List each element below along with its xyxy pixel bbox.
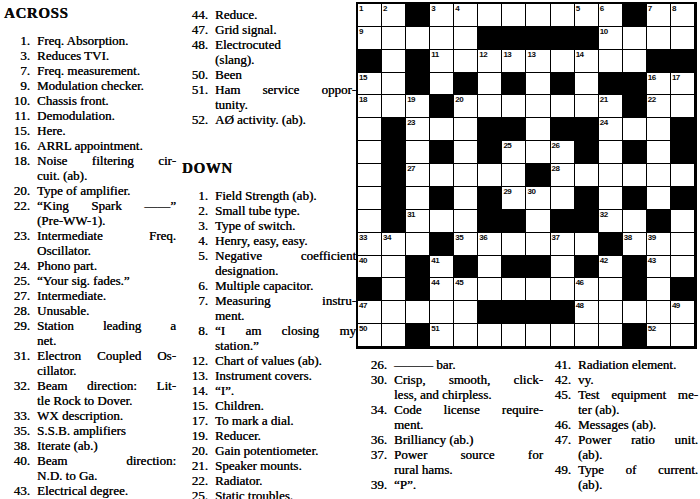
clue-row: 25.“Your sig. fades.”	[4, 273, 176, 288]
grid-cell[interactable]	[382, 50, 406, 73]
grid-cell-number: 48	[576, 301, 584, 310]
grid-black-cell	[382, 210, 406, 233]
grid-cell[interactable]	[526, 233, 550, 256]
grid-cell[interactable]: 18	[358, 95, 382, 118]
clue-text-line: Brilliancy (ab.)	[394, 432, 543, 447]
grid-cell[interactable]: 1	[358, 4, 382, 27]
clue-number: 52.	[182, 112, 208, 127]
grid-cell[interactable]	[358, 210, 382, 233]
grid-cell[interactable]: 12	[478, 50, 502, 73]
grid-cell-number: 4	[455, 4, 459, 13]
grid-cell[interactable]	[526, 141, 550, 164]
grid-cell[interactable]: 47	[358, 301, 382, 324]
grid-cell-number: 25	[503, 141, 511, 150]
grid-cell[interactable]: 26	[551, 141, 575, 164]
grid-cell[interactable]: 20	[454, 95, 478, 118]
clue-text-line: Chassis front.	[37, 93, 176, 108]
grid-black-cell	[623, 95, 647, 118]
clue-number: 27.	[4, 288, 30, 303]
grid-black-cell	[406, 73, 430, 96]
clue-text-line: To mark a dial.	[215, 413, 356, 428]
grid-black-cell	[406, 324, 430, 347]
grid-cell[interactable]	[358, 118, 382, 141]
grid-cell[interactable]: 24	[599, 118, 623, 141]
clue-text: Station leading anet.	[37, 318, 176, 348]
clue-row: 15.Children.	[182, 398, 356, 413]
clue-text-line: less, and chirpless.	[394, 387, 543, 402]
clue-row: 28.Unusable.	[4, 303, 176, 318]
grid-cell[interactable]: 37	[551, 233, 575, 256]
grid-cell[interactable]: 33	[358, 233, 382, 256]
grid-cell[interactable]	[526, 324, 550, 347]
grid-cell[interactable]	[599, 164, 623, 187]
grid-black-cell	[575, 141, 599, 164]
clue-row: 45.Test equipment me-ter (ab).	[547, 387, 698, 417]
grid-cell[interactable]	[430, 301, 454, 324]
grid-cell[interactable]: 40	[358, 256, 382, 279]
grid-cell[interactable]	[478, 95, 502, 118]
grid-cell[interactable]	[406, 233, 430, 256]
clue-number: 37.	[363, 447, 387, 477]
grid-cell[interactable]	[599, 301, 623, 324]
grid-cell-number: 18	[359, 95, 367, 104]
grid-cell[interactable]	[406, 301, 430, 324]
clue-row: 6.Multiple capacitor.	[182, 278, 356, 293]
clue-text: vy.	[578, 372, 698, 387]
grid-cell[interactable]: 13	[526, 50, 550, 73]
clue-text-line: Type of current.	[578, 462, 698, 477]
clue-text: Electrical degree.	[37, 483, 176, 498]
clue-row: 25.Static troubles.	[182, 488, 356, 499]
grid-cell[interactable]: 46	[575, 278, 599, 301]
grid-cell[interactable]: 41	[430, 256, 454, 279]
grid-cell[interactable]	[478, 278, 502, 301]
clue-row: 22.Radiator.	[182, 473, 356, 488]
clue-text-line: Freq. Absorption.	[37, 33, 176, 48]
clue-text: S.S.B. amplifiers	[37, 423, 176, 438]
grid-cell[interactable]	[599, 324, 623, 347]
grid-cell[interactable]	[671, 256, 695, 279]
grid-cell-number: 44	[431, 278, 439, 287]
grid-cell[interactable]	[358, 164, 382, 187]
clue-text: Noise filtering cir-cuit. (ab).	[37, 153, 176, 183]
grid-cell[interactable]	[526, 73, 550, 96]
grid-black-cell	[551, 27, 575, 50]
grid-cell[interactable]	[502, 233, 526, 256]
grid-cell[interactable]: 3	[430, 4, 454, 27]
grid-cell-number: 28	[552, 164, 560, 173]
grid-cell[interactable]	[502, 278, 526, 301]
grid-cell[interactable]	[382, 324, 406, 347]
clue-text: Code license require-ment.	[394, 402, 543, 432]
clue-number: 14.	[182, 383, 208, 398]
grid-cell[interactable]	[671, 164, 695, 187]
grid-cell[interactable]	[430, 118, 454, 141]
clue-row: 42.vy.	[547, 372, 698, 387]
grid-cell[interactable]: 14	[575, 50, 599, 73]
grid-black-cell	[454, 73, 478, 96]
clue-number: 25.	[4, 273, 30, 288]
grid-black-cell	[526, 164, 550, 187]
grid-cell[interactable]: 34	[382, 233, 406, 256]
clue-row: 22.“King Spark ——”(Pre-WW-1).	[4, 198, 176, 228]
middle-clues-column: 44.Reduce.47.Grid signal.48.Electrocuted…	[182, 3, 356, 499]
grid-cell[interactable]: 30	[526, 187, 550, 210]
grid-black-cell	[623, 73, 647, 96]
grid-cell[interactable]: 21	[599, 95, 623, 118]
grid-cell[interactable]	[551, 187, 575, 210]
grid-black-cell	[551, 301, 575, 324]
clue-text-line: Chart of values (ab).	[215, 353, 356, 368]
clue-text: Reduces TVI.	[37, 48, 176, 63]
grid-black-cell	[406, 278, 430, 301]
grid-cell[interactable]	[526, 118, 550, 141]
grid-cell[interactable]	[526, 210, 550, 233]
grid-cell[interactable]	[430, 164, 454, 187]
grid-black-cell	[454, 256, 478, 279]
grid-cell[interactable]	[551, 256, 575, 279]
grid-cell[interactable]: 17	[671, 73, 695, 96]
grid-cell[interactable]	[478, 324, 502, 347]
grid-cell[interactable]	[358, 141, 382, 164]
grid-cell[interactable]	[647, 141, 671, 164]
grid-cell-number: 45	[455, 278, 463, 287]
grid-cell[interactable]: 5	[575, 4, 599, 27]
clue-text: Power ratio unit.(ab).	[578, 432, 698, 462]
grid-cell[interactable]	[671, 324, 695, 347]
grid-cell[interactable]	[478, 4, 502, 27]
clue-text-line: Radiation element.	[578, 357, 698, 372]
grid-cell[interactable]: 15	[358, 73, 382, 96]
clue-text-line: rural hams.	[394, 462, 543, 477]
grid-cell[interactable]: 16	[647, 73, 671, 96]
grid-black-cell	[671, 141, 695, 164]
grid-cell[interactable]	[406, 187, 430, 210]
clue-number: 25.	[182, 488, 208, 499]
grid-cell-number: 14	[576, 50, 584, 59]
grid-cell[interactable]: 38	[623, 233, 647, 256]
clue-text-line: “P”.	[394, 477, 543, 492]
clue-row: 44.Reduce.	[182, 7, 356, 22]
clue-number: 46.	[547, 417, 571, 432]
clue-number: 13.	[182, 368, 208, 383]
grid-cell[interactable]	[382, 73, 406, 96]
grid-cell[interactable]	[623, 164, 647, 187]
grid-cell[interactable]	[575, 73, 599, 96]
clue-text-line: Electron Coupled Os-	[37, 348, 176, 363]
grid-cell[interactable]: 52	[647, 324, 671, 347]
grid-cell[interactable]: 31	[406, 210, 430, 233]
clue-row: 24.Phono part.	[4, 258, 176, 273]
clue-text-line: vy.	[578, 372, 698, 387]
grid-cell[interactable]	[575, 324, 599, 347]
grid-cell[interactable]	[454, 301, 478, 324]
clue-text: Gain potentiometer.	[215, 443, 356, 458]
grid-black-cell	[478, 141, 502, 164]
grid-cell[interactable]	[599, 141, 623, 164]
clue-row: 23.Intermediate Freq.Oscillator.	[4, 228, 176, 258]
grid-cell[interactable]: 7	[647, 4, 671, 27]
clue-text-line: Modulation checker.	[37, 78, 176, 93]
grid-cell[interactable]	[478, 73, 502, 96]
grid-cell-number: 15	[359, 73, 367, 82]
clue-text-line: cillator.	[37, 363, 176, 378]
grid-black-cell	[478, 301, 502, 324]
clue-row: 3.Reduces TVI.	[4, 48, 176, 63]
grid-cell[interactable]	[647, 118, 671, 141]
grid-cell[interactable]	[502, 4, 526, 27]
grid-cell[interactable]	[406, 27, 430, 50]
crossword-grid: 1234567891011121313141516171819202122232…	[356, 2, 697, 349]
grid-cell[interactable]: 42	[599, 256, 623, 279]
grid-cell[interactable]: 2	[382, 4, 406, 27]
clue-row: 27.Intermediate.	[4, 288, 176, 303]
grid-cell[interactable]: 48	[575, 301, 599, 324]
grid-cell[interactable]	[526, 278, 550, 301]
clue-text: Type of switch.	[215, 218, 356, 233]
clue-text: Modulation checker.	[37, 78, 176, 93]
grid-cell[interactable]	[599, 278, 623, 301]
clue-number: 21.	[182, 458, 208, 473]
clue-number: 33.	[4, 408, 30, 423]
grid-cell[interactable]: 13	[502, 50, 526, 73]
grid-cell[interactable]: 10	[599, 27, 623, 50]
grid-cell[interactable]	[575, 164, 599, 187]
clue-row: 21.Speaker mounts.	[182, 458, 356, 473]
grid-cell[interactable]	[478, 164, 502, 187]
grid-black-cell	[430, 187, 454, 210]
clue-text-line: ment.	[215, 308, 356, 323]
clue-number: 12.	[182, 353, 208, 368]
grid-cell[interactable]: 51	[430, 324, 454, 347]
clue-row: 32.Beam direction: Lit-tle Rock to Dover…	[4, 378, 176, 408]
clue-number: 18.	[4, 153, 30, 183]
clue-text-line: Code license require-	[394, 402, 543, 417]
grid-cell[interactable]	[454, 210, 478, 233]
clue-text-line: Beam direction: Lit-	[37, 378, 176, 393]
clue-text-line: Power source for	[394, 447, 543, 462]
clue-text: Unusable.	[37, 303, 176, 318]
grid-cell[interactable]: 50	[358, 324, 382, 347]
clue-text-line: Power ratio unit.	[578, 432, 698, 447]
grid-black-cell	[406, 50, 430, 73]
grid-cell[interactable]: 9	[358, 27, 382, 50]
grid-cell[interactable]: 35	[454, 233, 478, 256]
grid-cell-number: 36	[479, 233, 487, 242]
clue-row: 31.Electron Coupled Os-cillator.	[4, 348, 176, 378]
clue-text: Measuring instru-ment.	[215, 293, 356, 323]
clue-text-line: (Pre-WW-1).	[37, 213, 176, 228]
grid-cell-number: 29	[503, 187, 511, 196]
grid-cell-number: 9	[359, 27, 363, 36]
clue-text: Intermediate Freq.Oscillator.	[37, 228, 176, 258]
clue-text: Children.	[215, 398, 356, 413]
grid-cell-number: 38	[624, 233, 632, 242]
clue-text: Demodulation.	[37, 108, 176, 123]
clue-row: 7.Measuring instru-ment.	[182, 293, 356, 323]
grid-cell[interactable]: 36	[478, 233, 502, 256]
grid-cell[interactable]	[551, 50, 575, 73]
grid-cell[interactable]	[623, 27, 647, 50]
grid-cell[interactable]	[623, 118, 647, 141]
grid-cell[interactable]	[599, 187, 623, 210]
clue-text: Beam direction:N.D. to Ga.	[37, 453, 176, 483]
grid-cell[interactable]	[671, 233, 695, 256]
grid-cell[interactable]: 25	[502, 141, 526, 164]
grid-cell[interactable]	[430, 73, 454, 96]
clue-text-line: AØ activity. (ab).	[215, 112, 356, 127]
clue-text: Phono part.	[37, 258, 176, 273]
grid-cell[interactable]: 19	[406, 95, 430, 118]
grid-cell[interactable]	[454, 187, 478, 210]
grid-cell-number: 26	[552, 141, 560, 150]
grid-cell[interactable]: 44	[430, 278, 454, 301]
grid-cell[interactable]	[478, 256, 502, 279]
grid-cell[interactable]	[430, 27, 454, 50]
clue-text: “P”.	[394, 477, 543, 492]
clue-text-line: Iterate (ab.)	[37, 438, 176, 453]
grid-black-cell	[382, 118, 406, 141]
grid-cell[interactable]	[647, 164, 671, 187]
grid-cell-number: 16	[648, 73, 656, 82]
grid-black-cell	[623, 278, 647, 301]
grid-cell[interactable]: 23	[406, 118, 430, 141]
grid-cell[interactable]: 43	[647, 256, 671, 279]
clue-text: Multiple capacitor.	[215, 278, 356, 293]
down-clues-bottom-left: 26.——— bar.30.Crisp, smooth, click-less,…	[363, 357, 543, 492]
clue-number: 23.	[4, 228, 30, 258]
grid-cell-number: 24	[600, 118, 608, 127]
grid-cell[interactable]: 32	[599, 210, 623, 233]
grid-cell[interactable]	[382, 95, 406, 118]
grid-black-cell	[551, 73, 575, 96]
down-clue-list: 1.Field Strength (ab).2.Small tube type.…	[182, 188, 356, 499]
grid-cell[interactable]	[599, 50, 623, 73]
grid-cell[interactable]	[551, 278, 575, 301]
grid-cell[interactable]: 6	[599, 4, 623, 27]
grid-cell-number: 21	[600, 95, 608, 104]
grid-cell[interactable]	[454, 324, 478, 347]
grid-cell[interactable]	[671, 27, 695, 50]
grid-cell[interactable]	[382, 256, 406, 279]
clue-number: 48.	[182, 37, 208, 67]
grid-cell[interactable]	[647, 27, 671, 50]
grid-cell[interactable]: 4	[454, 4, 478, 27]
clue-text-line: Grid signal.	[215, 22, 356, 37]
grid-cell[interactable]: 11	[430, 50, 454, 73]
grid-cell[interactable]	[526, 4, 550, 27]
grid-cell[interactable]	[551, 4, 575, 27]
grid-cell-number: 1	[359, 4, 363, 13]
grid-black-cell	[502, 256, 526, 279]
clue-row: 30.Crisp, smooth, click-less, and chirpl…	[363, 372, 543, 402]
grid-cell[interactable]: 49	[671, 301, 695, 324]
grid-cell[interactable]	[382, 27, 406, 50]
grid-cell[interactable]	[575, 95, 599, 118]
grid-black-cell	[526, 301, 550, 324]
grid-cell[interactable]	[671, 95, 695, 118]
grid-cell[interactable]	[454, 118, 478, 141]
clue-text-line: Field Strength (ab).	[215, 188, 356, 203]
grid-cell[interactable]: 27	[406, 164, 430, 187]
grid-cell-number: 22	[648, 95, 656, 104]
grid-cell[interactable]: 8	[671, 4, 695, 27]
grid-black-cell	[430, 95, 454, 118]
grid-cell[interactable]	[382, 278, 406, 301]
grid-cell[interactable]	[647, 301, 671, 324]
grid-cell[interactable]	[502, 324, 526, 347]
grid-cell[interactable]	[454, 27, 478, 50]
grid-cell-number: 50	[359, 324, 367, 333]
grid-cell[interactable]	[623, 301, 647, 324]
clue-number: 8.	[182, 323, 208, 353]
grid-cell[interactable]	[454, 50, 478, 73]
clue-row: 49.Type of current.(ab).	[547, 462, 698, 492]
grid-cell[interactable]	[406, 141, 430, 164]
grid-cell[interactable]	[671, 210, 695, 233]
grid-cell-number: 52	[648, 324, 656, 333]
grid-black-cell	[623, 256, 647, 279]
grid-cell[interactable]	[454, 164, 478, 187]
grid-cell[interactable]	[502, 95, 526, 118]
grid-cell[interactable]	[623, 50, 647, 73]
clue-text-line: station.”	[215, 338, 356, 353]
grid-cell[interactable]: 45	[454, 278, 478, 301]
clue-row: 14.“I”.	[182, 383, 356, 398]
grid-cell[interactable]	[454, 141, 478, 164]
grid-cell[interactable]	[575, 233, 599, 256]
clue-text-line: Messages (ab).	[578, 417, 698, 432]
grid-cell[interactable]	[647, 187, 671, 210]
grid-cell[interactable]: 39	[647, 233, 671, 256]
grid-cell[interactable]	[647, 278, 671, 301]
grid-black-cell	[551, 210, 575, 233]
clue-text-line: ter (ab).	[578, 402, 698, 417]
grid-cell-number: 33	[359, 233, 367, 242]
grid-black-cell	[599, 233, 623, 256]
grid-cell[interactable]	[502, 164, 526, 187]
grid-black-cell	[623, 4, 647, 27]
clue-number: 47.	[182, 22, 208, 37]
clue-text: Reducer.	[215, 428, 356, 443]
clue-text: Here.	[37, 123, 176, 138]
grid-cell[interactable]	[551, 95, 575, 118]
grid-cell[interactable]: 29	[502, 187, 526, 210]
grid-cell[interactable]	[623, 210, 647, 233]
clue-text-line: (ab).	[578, 477, 698, 492]
clue-text: Electrocuted(slang).	[215, 37, 356, 67]
grid-cell[interactable]: 28	[551, 164, 575, 187]
grid-black-cell	[406, 256, 430, 279]
grid-cell[interactable]	[358, 187, 382, 210]
grid-cell[interactable]	[382, 301, 406, 324]
clue-text: Radiator.	[215, 473, 356, 488]
grid-cell[interactable]	[526, 95, 550, 118]
clue-number: 50.	[182, 67, 208, 82]
clue-number: 7.	[4, 63, 30, 78]
clue-text-line: Negative coefficient	[215, 248, 356, 263]
grid-cell[interactable]	[430, 210, 454, 233]
grid-cell-number: 31	[407, 210, 415, 219]
clue-row: 13.Instrument covers.	[182, 368, 356, 383]
grid-cell-number: 10	[600, 27, 608, 36]
grid-cell[interactable]	[551, 324, 575, 347]
clue-text-line: net.	[37, 333, 176, 348]
grid-cell[interactable]: 22	[647, 95, 671, 118]
grid-black-cell	[478, 187, 502, 210]
clue-row: 7.Freq. measurement.	[4, 63, 176, 78]
grid-black-cell	[430, 141, 454, 164]
